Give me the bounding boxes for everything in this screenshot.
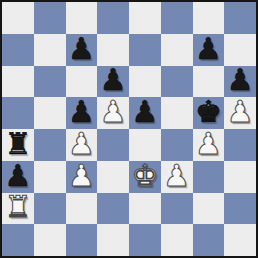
square-f1[interactable] — [161, 224, 193, 256]
piece-black-king-g5[interactable]: ♚ — [195, 97, 222, 127]
piece-black-pawn-d6[interactable]: ♟ — [100, 65, 127, 95]
square-d8[interactable] — [97, 2, 129, 34]
square-f8[interactable] — [161, 2, 193, 34]
square-g5[interactable]: ♚ — [193, 97, 225, 129]
square-c3[interactable]: ♟ — [66, 161, 98, 193]
square-a4[interactable]: ♜ — [2, 129, 34, 161]
square-h8[interactable] — [224, 2, 256, 34]
square-e4[interactable] — [129, 129, 161, 161]
square-h6[interactable]: ♟ — [224, 66, 256, 98]
square-e6[interactable] — [129, 66, 161, 98]
square-a2[interactable]: ♜ — [2, 193, 34, 225]
square-f5[interactable] — [161, 97, 193, 129]
square-c2[interactable] — [66, 193, 98, 225]
square-b4[interactable] — [34, 129, 66, 161]
square-b6[interactable] — [34, 66, 66, 98]
piece-white-king-e3[interactable]: ♚ — [131, 161, 158, 191]
square-a7[interactable] — [2, 34, 34, 66]
square-g1[interactable] — [193, 224, 225, 256]
square-a8[interactable] — [2, 2, 34, 34]
square-e3[interactable]: ♚ — [129, 161, 161, 193]
square-h4[interactable] — [224, 129, 256, 161]
square-e1[interactable] — [129, 224, 161, 256]
square-g6[interactable] — [193, 66, 225, 98]
piece-black-pawn-h6[interactable]: ♟ — [227, 65, 254, 95]
square-b7[interactable] — [34, 34, 66, 66]
square-d6[interactable]: ♟ — [97, 66, 129, 98]
square-f7[interactable] — [161, 34, 193, 66]
piece-white-rook-a2[interactable]: ♜ — [4, 192, 31, 222]
piece-black-pawn-a3[interactable]: ♟ — [4, 161, 31, 191]
piece-white-pawn-d5[interactable]: ♟ — [100, 97, 127, 127]
square-c8[interactable] — [66, 2, 98, 34]
piece-white-pawn-h5[interactable]: ♟ — [227, 97, 254, 127]
square-c4[interactable]: ♟ — [66, 129, 98, 161]
square-h7[interactable] — [224, 34, 256, 66]
square-d3[interactable] — [97, 161, 129, 193]
square-b3[interactable] — [34, 161, 66, 193]
square-h2[interactable] — [224, 193, 256, 225]
square-c1[interactable] — [66, 224, 98, 256]
square-g2[interactable] — [193, 193, 225, 225]
piece-white-pawn-g4[interactable]: ♟ — [195, 129, 222, 159]
square-g7[interactable]: ♟ — [193, 34, 225, 66]
square-d4[interactable] — [97, 129, 129, 161]
square-e7[interactable] — [129, 34, 161, 66]
square-a3[interactable]: ♟ — [2, 161, 34, 193]
square-b2[interactable] — [34, 193, 66, 225]
square-f6[interactable] — [161, 66, 193, 98]
square-e8[interactable] — [129, 2, 161, 34]
chess-board: ♟♟♟♟♟♟♟♚♟♜♟♟♟♟♚♟♜ — [2, 2, 256, 256]
square-d7[interactable] — [97, 34, 129, 66]
square-e2[interactable] — [129, 193, 161, 225]
square-h5[interactable]: ♟ — [224, 97, 256, 129]
square-f3[interactable]: ♟ — [161, 161, 193, 193]
piece-black-pawn-e5[interactable]: ♟ — [131, 97, 158, 127]
square-g8[interactable] — [193, 2, 225, 34]
square-e5[interactable]: ♟ — [129, 97, 161, 129]
square-b1[interactable] — [34, 224, 66, 256]
square-g3[interactable] — [193, 161, 225, 193]
chess-board-frame: ♟♟♟♟♟♟♟♚♟♜♟♟♟♟♚♟♜ — [0, 0, 258, 258]
piece-white-pawn-f3[interactable]: ♟ — [163, 161, 190, 191]
square-b5[interactable] — [34, 97, 66, 129]
piece-black-pawn-g7[interactable]: ♟ — [195, 34, 222, 64]
square-a1[interactable] — [2, 224, 34, 256]
square-c6[interactable] — [66, 66, 98, 98]
square-a6[interactable] — [2, 66, 34, 98]
piece-white-pawn-c3[interactable]: ♟ — [68, 161, 95, 191]
square-f2[interactable] — [161, 193, 193, 225]
piece-white-pawn-c4[interactable]: ♟ — [68, 129, 95, 159]
square-h1[interactable] — [224, 224, 256, 256]
square-c7[interactable]: ♟ — [66, 34, 98, 66]
square-d1[interactable] — [97, 224, 129, 256]
square-b8[interactable] — [34, 2, 66, 34]
square-f4[interactable] — [161, 129, 193, 161]
square-d2[interactable] — [97, 193, 129, 225]
piece-black-pawn-c5[interactable]: ♟ — [68, 97, 95, 127]
square-d5[interactable]: ♟ — [97, 97, 129, 129]
square-g4[interactable]: ♟ — [193, 129, 225, 161]
square-a5[interactable] — [2, 97, 34, 129]
square-c5[interactable]: ♟ — [66, 97, 98, 129]
piece-black-rook-a4[interactable]: ♜ — [4, 129, 31, 159]
piece-black-pawn-c7[interactable]: ♟ — [68, 34, 95, 64]
square-h3[interactable] — [224, 161, 256, 193]
